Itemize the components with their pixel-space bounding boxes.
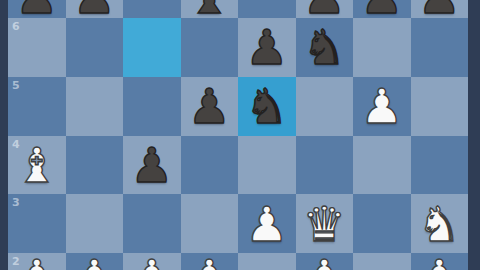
square-d2[interactable]: ♟ [181, 253, 239, 270]
rank-label-6: 6 [12, 20, 20, 33]
black-pawn[interactable]: ♟ [123, 136, 181, 195]
white-pawn[interactable]: ♟ [66, 248, 124, 270]
rank-label-3: 3 [12, 196, 20, 209]
square-g5[interactable]: ♟ [353, 77, 411, 136]
square-c7[interactable] [123, 0, 181, 18]
square-f7[interactable]: ♟ [296, 0, 354, 18]
square-b6[interactable] [66, 18, 124, 77]
chess-board: ♟♟♝♟♟♟6♟♞5♟♞♟4♝♟3♟♛♞2♟♟♟♟♟♟ [8, 0, 468, 270]
square-g2[interactable] [353, 253, 411, 270]
white-pawn[interactable]: ♟ [123, 248, 181, 270]
white-bishop[interactable]: ♝ [8, 136, 66, 195]
black-knight[interactable]: ♞ [296, 18, 354, 77]
white-pawn[interactable]: ♟ [296, 248, 354, 270]
rank-label-5: 5 [12, 79, 20, 92]
square-g6[interactable] [353, 18, 411, 77]
square-c2[interactable]: ♟ [123, 253, 181, 270]
white-pawn[interactable]: ♟ [353, 77, 411, 136]
square-a2[interactable]: 2♟ [8, 253, 66, 270]
square-c6[interactable] [123, 18, 181, 77]
square-b3[interactable] [66, 194, 124, 253]
square-f5[interactable] [296, 77, 354, 136]
square-b4[interactable] [66, 136, 124, 195]
square-h7[interactable]: ♟ [411, 0, 469, 18]
square-f3[interactable]: ♛ [296, 194, 354, 253]
square-e3[interactable]: ♟ [238, 194, 296, 253]
square-h4[interactable] [411, 136, 469, 195]
square-b2[interactable]: ♟ [66, 253, 124, 270]
square-d3[interactable] [181, 194, 239, 253]
square-h5[interactable] [411, 77, 469, 136]
square-d6[interactable] [181, 18, 239, 77]
white-queen[interactable]: ♛ [296, 194, 354, 253]
square-b7[interactable]: ♟ [66, 0, 124, 18]
square-f4[interactable] [296, 136, 354, 195]
square-c4[interactable]: ♟ [123, 136, 181, 195]
white-knight[interactable]: ♞ [411, 194, 469, 253]
square-a6[interactable]: 6 [8, 18, 66, 77]
black-knight[interactable]: ♞ [238, 77, 296, 136]
white-pawn[interactable]: ♟ [411, 248, 469, 270]
square-d7[interactable]: ♝ [181, 0, 239, 18]
square-a3[interactable]: 3 [8, 194, 66, 253]
square-e6[interactable]: ♟ [238, 18, 296, 77]
white-pawn[interactable]: ♟ [238, 194, 296, 253]
square-e5[interactable]: ♞ [238, 77, 296, 136]
black-pawn[interactable]: ♟ [238, 18, 296, 77]
square-f6[interactable]: ♞ [296, 18, 354, 77]
square-c3[interactable] [123, 194, 181, 253]
square-f2[interactable]: ♟ [296, 253, 354, 270]
square-h3[interactable]: ♞ [411, 194, 469, 253]
square-d4[interactable] [181, 136, 239, 195]
square-h2[interactable]: ♟ [411, 253, 469, 270]
square-g4[interactable] [353, 136, 411, 195]
white-pawn[interactable]: ♟ [181, 248, 239, 270]
square-h6[interactable] [411, 18, 469, 77]
square-b5[interactable] [66, 77, 124, 136]
square-c5[interactable] [123, 77, 181, 136]
square-a5[interactable]: 5 [8, 77, 66, 136]
square-e7[interactable] [238, 0, 296, 18]
square-d5[interactable]: ♟ [181, 77, 239, 136]
square-g7[interactable]: ♟ [353, 0, 411, 18]
black-pawn[interactable]: ♟ [181, 77, 239, 136]
square-a4[interactable]: 4♝ [8, 136, 66, 195]
white-pawn[interactable]: ♟ [8, 248, 66, 270]
square-g3[interactable] [353, 194, 411, 253]
chess-board-frame: ♟♟♝♟♟♟6♟♞5♟♞♟4♝♟3♟♛♞2♟♟♟♟♟♟ [0, 0, 480, 270]
square-e4[interactable] [238, 136, 296, 195]
square-a7[interactable]: ♟ [8, 0, 66, 18]
square-e2[interactable] [238, 253, 296, 270]
